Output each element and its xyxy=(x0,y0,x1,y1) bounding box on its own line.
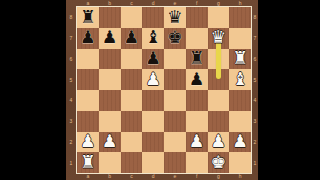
square-a1[interactable]: ♜ xyxy=(77,152,99,173)
piece-white-pawn-a2[interactable]: ♟ xyxy=(77,132,99,153)
square-f4[interactable] xyxy=(186,90,208,111)
rank-label-2: 2 xyxy=(66,132,76,153)
square-h7[interactable] xyxy=(229,28,251,49)
square-e4[interactable] xyxy=(164,90,186,111)
square-f1[interactable] xyxy=(186,152,208,173)
square-c3[interactable] xyxy=(121,111,143,132)
rank-label-7: 7 xyxy=(252,28,258,49)
square-d6[interactable]: ♟ xyxy=(142,49,164,70)
piece-black-queen-e8[interactable]: ♛ xyxy=(164,7,186,28)
rank-label-1: 1 xyxy=(66,152,76,173)
rank-label-4: 4 xyxy=(66,90,76,111)
square-c1[interactable] xyxy=(121,152,143,173)
square-c4[interactable] xyxy=(121,90,143,111)
square-e5[interactable] xyxy=(164,69,186,90)
square-h8[interactable] xyxy=(229,7,251,28)
piece-white-rook-h6[interactable]: ♜ xyxy=(229,49,251,70)
square-e1[interactable] xyxy=(164,152,186,173)
square-e8[interactable]: ♛ xyxy=(164,7,186,28)
square-c7[interactable]: ♟ xyxy=(121,28,143,49)
piece-white-pawn-h2[interactable]: ♟ xyxy=(229,132,251,153)
piece-white-bishop-h5[interactable]: ♝ xyxy=(229,69,251,90)
square-a7[interactable]: ♟ xyxy=(77,28,99,49)
rank-label-8: 8 xyxy=(66,7,76,28)
square-h5[interactable]: ♝ xyxy=(229,69,251,90)
square-b1[interactable] xyxy=(99,152,121,173)
square-b2[interactable]: ♟ xyxy=(99,132,121,153)
square-b3[interactable] xyxy=(99,111,121,132)
square-h1[interactable] xyxy=(229,152,251,173)
piece-white-rook-a1[interactable]: ♜ xyxy=(77,152,99,173)
square-f3[interactable] xyxy=(186,111,208,132)
square-e3[interactable] xyxy=(164,111,186,132)
piece-black-pawn-d6[interactable]: ♟ xyxy=(142,49,164,70)
square-f5[interactable]: ♟ xyxy=(186,69,208,90)
square-b5[interactable] xyxy=(99,69,121,90)
square-a6[interactable] xyxy=(77,49,99,70)
square-c6[interactable] xyxy=(121,49,143,70)
square-a4[interactable] xyxy=(77,90,99,111)
rank-label-7: 7 xyxy=(66,28,76,49)
square-b4[interactable] xyxy=(99,90,121,111)
square-a3[interactable] xyxy=(77,111,99,132)
square-a8[interactable]: ♜ xyxy=(77,7,99,28)
square-g7[interactable]: ♛ xyxy=(208,28,230,49)
piece-white-pawn-d5[interactable]: ♟ xyxy=(142,69,164,90)
square-f7[interactable] xyxy=(186,28,208,49)
square-h3[interactable] xyxy=(229,111,251,132)
piece-white-pawn-g2[interactable]: ♟ xyxy=(208,132,230,153)
board-border: ♜♛♟♟♟♝♚♛♟♜♜♟♟♝♟♟♟♟♟♜♚ xyxy=(76,6,252,174)
square-c8[interactable] xyxy=(121,7,143,28)
square-b6[interactable] xyxy=(99,49,121,70)
square-d2[interactable] xyxy=(142,132,164,153)
piece-black-pawn-b7[interactable]: ♟ xyxy=(99,28,121,49)
piece-white-pawn-b2[interactable]: ♟ xyxy=(99,132,121,153)
piece-black-pawn-c7[interactable]: ♟ xyxy=(121,28,143,49)
square-d3[interactable] xyxy=(142,111,164,132)
piece-white-pawn-f2[interactable]: ♟ xyxy=(186,132,208,153)
square-h4[interactable] xyxy=(229,90,251,111)
rank-labels-right: 87654321 xyxy=(252,7,258,173)
square-d8[interactable] xyxy=(142,7,164,28)
rank-label-6: 6 xyxy=(66,49,76,70)
rank-label-1: 1 xyxy=(252,152,258,173)
square-e2[interactable] xyxy=(164,132,186,153)
square-g3[interactable] xyxy=(208,111,230,132)
board-squares: ♜♛♟♟♟♝♚♛♟♜♜♟♟♝♟♟♟♟♟♜♚ xyxy=(77,7,251,173)
square-h6[interactable]: ♜ xyxy=(229,49,251,70)
rank-label-4: 4 xyxy=(252,90,258,111)
square-e6[interactable] xyxy=(164,49,186,70)
rank-label-5: 5 xyxy=(66,69,76,90)
piece-black-bishop-d7[interactable]: ♝ xyxy=(142,28,164,49)
piece-white-king-g1[interactable]: ♚ xyxy=(208,152,230,173)
square-d5[interactable]: ♟ xyxy=(142,69,164,90)
square-g8[interactable] xyxy=(208,7,230,28)
rank-labels-left: 87654321 xyxy=(66,7,76,173)
square-b8[interactable] xyxy=(99,7,121,28)
square-e7[interactable]: ♚ xyxy=(164,28,186,49)
rank-label-8: 8 xyxy=(252,7,258,28)
rank-label-3: 3 xyxy=(66,111,76,132)
piece-black-king-e7[interactable]: ♚ xyxy=(164,28,186,49)
square-d4[interactable] xyxy=(142,90,164,111)
square-g1[interactable]: ♚ xyxy=(208,152,230,173)
square-c2[interactable] xyxy=(121,132,143,153)
square-f8[interactable] xyxy=(186,7,208,28)
square-d1[interactable] xyxy=(142,152,164,173)
piece-white-queen-g7[interactable]: ♛ xyxy=(208,28,230,49)
piece-black-pawn-f5[interactable]: ♟ xyxy=(186,69,208,90)
piece-black-rook-f6[interactable]: ♜ xyxy=(186,49,208,70)
rank-label-3: 3 xyxy=(252,111,258,132)
square-h2[interactable]: ♟ xyxy=(229,132,251,153)
square-b7[interactable]: ♟ xyxy=(99,28,121,49)
chess-board-frame: abcdefgh abcdefgh 87654321 87654321 ♜♛♟♟… xyxy=(66,0,258,180)
piece-black-pawn-a7[interactable]: ♟ xyxy=(77,28,99,49)
square-c5[interactable] xyxy=(121,69,143,90)
square-d7[interactable]: ♝ xyxy=(142,28,164,49)
square-a2[interactable]: ♟ xyxy=(77,132,99,153)
piece-black-rook-a8[interactable]: ♜ xyxy=(77,7,99,28)
rank-label-5: 5 xyxy=(252,69,258,90)
video-frame: abcdefgh abcdefgh 87654321 87654321 ♜♛♟♟… xyxy=(0,0,320,180)
rank-label-6: 6 xyxy=(252,49,258,70)
rank-label-2: 2 xyxy=(252,132,258,153)
square-g2[interactable]: ♟ xyxy=(208,132,230,153)
square-g4[interactable] xyxy=(208,90,230,111)
square-f6[interactable]: ♜ xyxy=(186,49,208,70)
square-f2[interactable]: ♟ xyxy=(186,132,208,153)
square-a5[interactable] xyxy=(77,69,99,90)
